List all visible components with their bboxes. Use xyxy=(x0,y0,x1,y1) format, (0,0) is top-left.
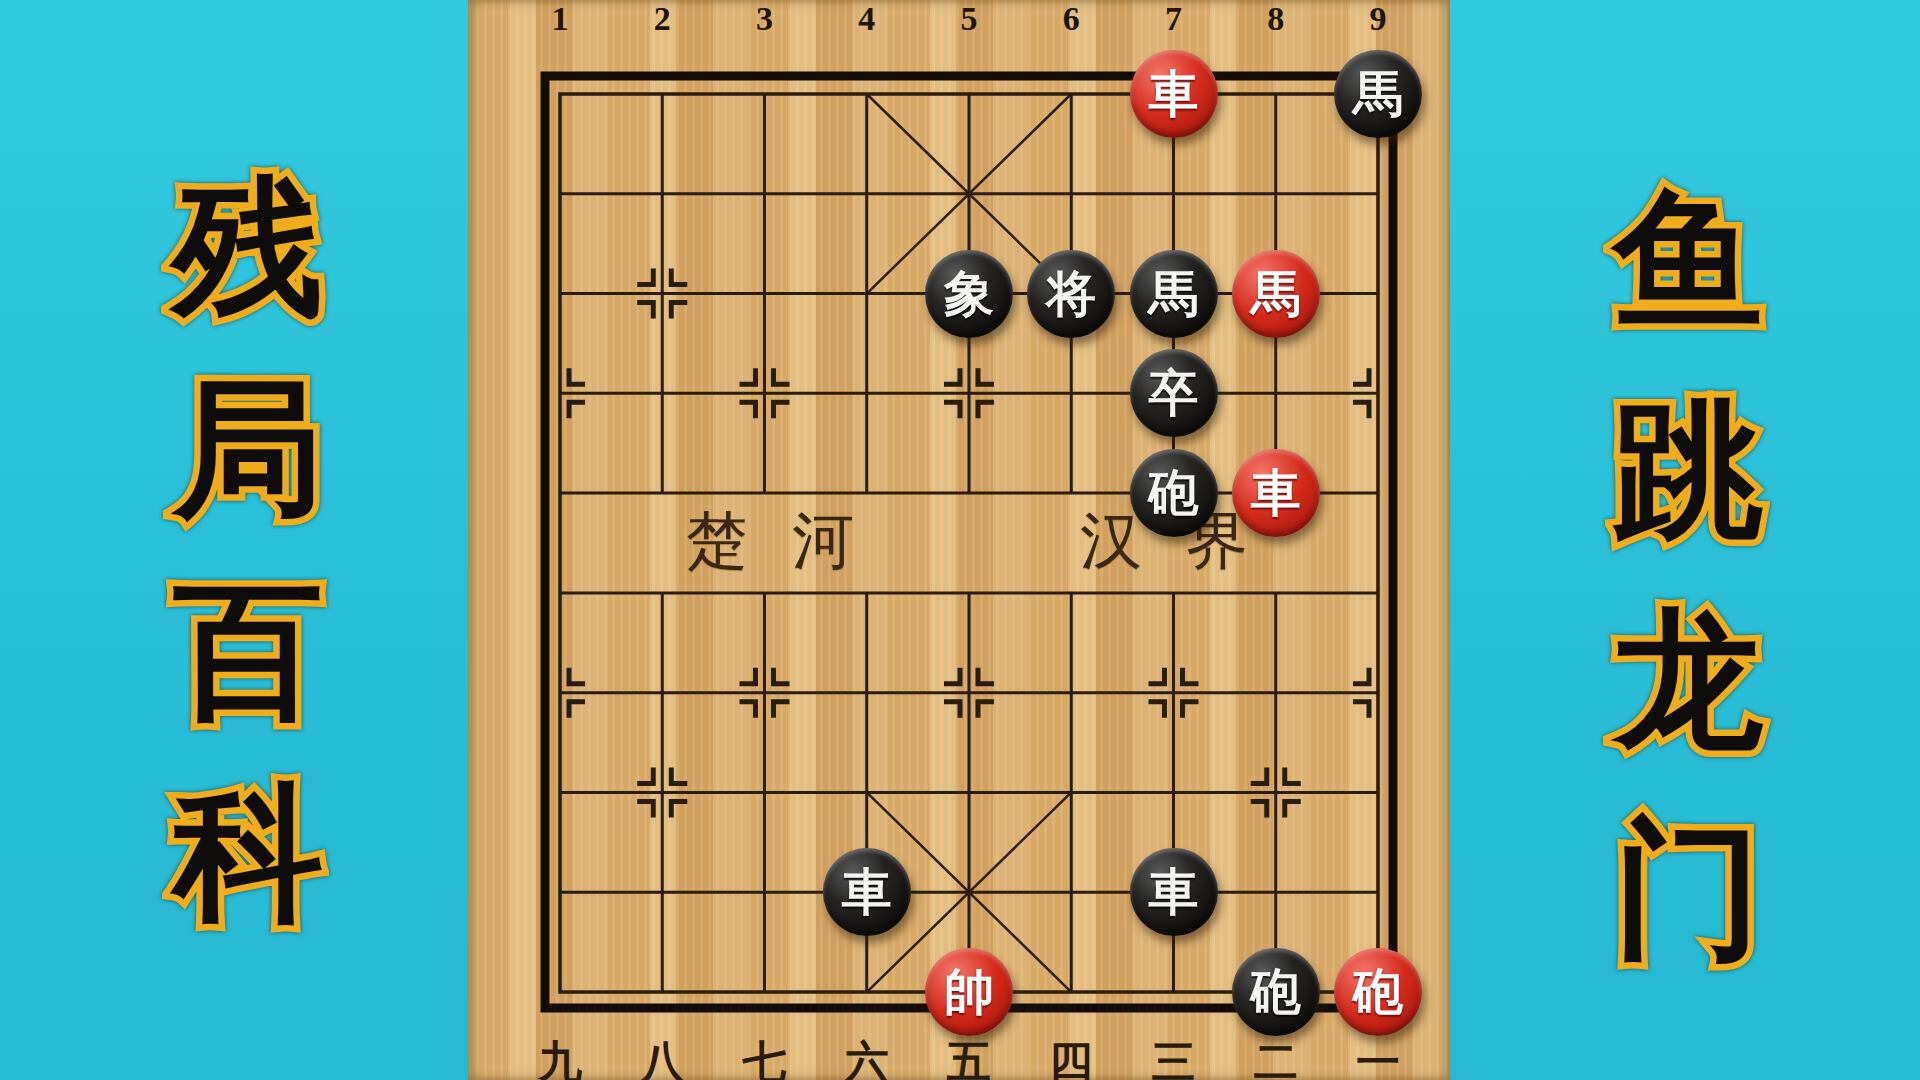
black-general[interactable]: 将 xyxy=(1027,250,1115,338)
black-elephant[interactable]: 象 xyxy=(925,250,1013,338)
black-horse[interactable]: 馬 xyxy=(1130,250,1218,338)
banner-character: 残残 xyxy=(158,175,338,325)
banner-character: 科科 xyxy=(158,781,338,931)
black-cannon[interactable]: 砲 xyxy=(1130,449,1218,537)
red-cannon[interactable]: 砲 xyxy=(1334,948,1422,1036)
banner-character: 鱼鱼 xyxy=(1598,188,1778,338)
banner-left-title: 残残局局百百科科 xyxy=(158,175,338,931)
banner-character: 门门 xyxy=(1598,818,1778,968)
file-label-top: 2 xyxy=(654,0,671,38)
file-label-top: 5 xyxy=(961,0,978,38)
file-label-top: 9 xyxy=(1370,0,1387,38)
banner-character: 百百 xyxy=(158,579,338,729)
file-label-top: 4 xyxy=(858,0,875,38)
red-horse[interactable]: 馬 xyxy=(1232,250,1320,338)
file-label-top: 7 xyxy=(1165,0,1182,38)
black-horse[interactable]: 馬 xyxy=(1334,50,1422,138)
file-label-top: 1 xyxy=(552,0,569,38)
banner-character: 局局 xyxy=(158,377,338,527)
black-cannon[interactable]: 砲 xyxy=(1232,948,1320,1036)
file-label-top: 8 xyxy=(1267,0,1284,38)
black-soldier[interactable]: 卒 xyxy=(1130,349,1218,437)
banner-character: 龙龙 xyxy=(1598,608,1778,758)
black-chariot[interactable]: 車 xyxy=(823,848,911,936)
file-label-top: 3 xyxy=(756,0,773,38)
banner-right-title: 鱼鱼跳跳龙龙门门 xyxy=(1598,188,1778,968)
board-grid: 車馬象将馬馬卒砲車車車帥砲砲 xyxy=(509,44,1429,1042)
red-chariot[interactable]: 車 xyxy=(1232,449,1320,537)
red-general[interactable]: 帥 xyxy=(925,948,1013,1036)
black-chariot[interactable]: 車 xyxy=(1130,848,1218,936)
video-frame: 123456789 九八七六五四三二一 楚河 汉界 車馬象将馬馬卒砲車車車帥砲砲… xyxy=(0,0,1920,1080)
file-label-top: 6 xyxy=(1063,0,1080,38)
banner-character: 跳跳 xyxy=(1598,398,1778,548)
red-chariot[interactable]: 車 xyxy=(1130,50,1218,138)
